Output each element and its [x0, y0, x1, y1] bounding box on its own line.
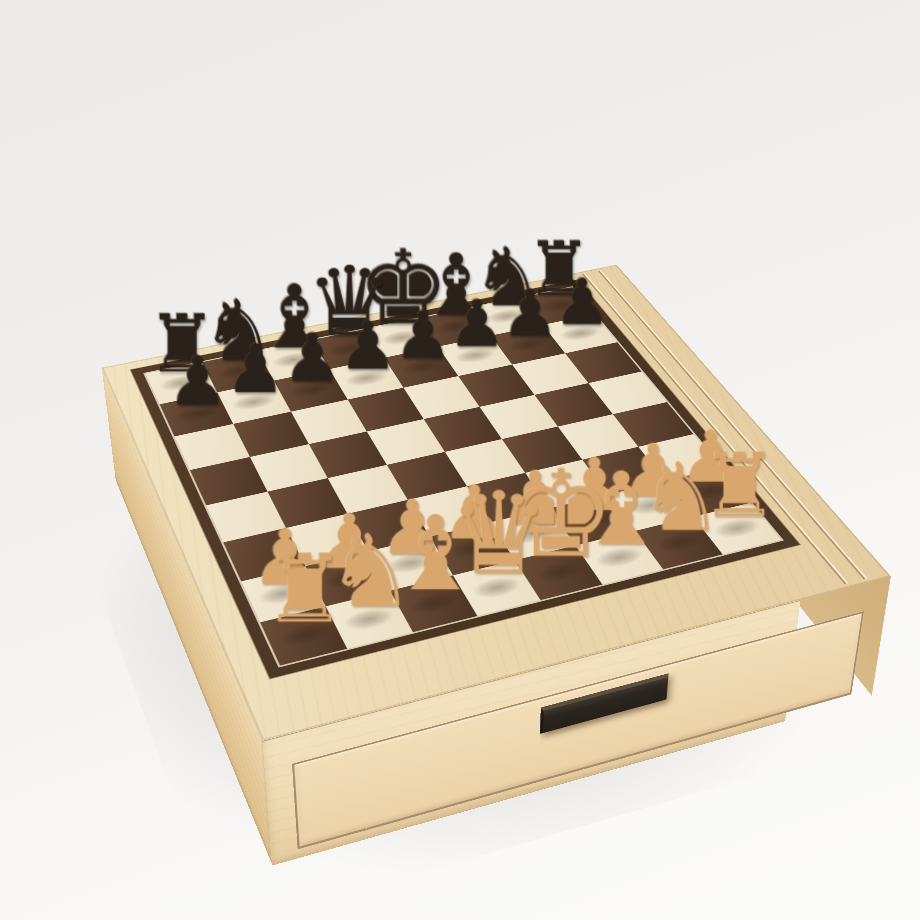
chess-box: ♜♞♝♛♚♝♞♜♟♟♟♟♟♟♟♟♟♟♟♟♟♟♟♟♜♞♝♛♚♝♞♜	[102, 265, 891, 741]
white-rook-glyph: ♜	[216, 543, 395, 639]
product-photo-scene: ♜♞♝♛♚♝♞♜♟♟♟♟♟♟♟♟♟♟♟♟♟♟♟♟♜♞♝♛♚♝♞♜	[0, 0, 920, 920]
photo-stage: ♜♞♝♛♚♝♞♜♟♟♟♟♟♟♟♟♟♟♟♟♟♟♟♟♜♞♝♛♚♝♞♜	[0, 0, 920, 920]
